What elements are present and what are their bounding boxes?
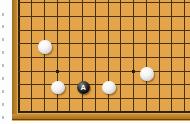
cropped-coordinate-mark — [2, 51, 4, 54]
cropped-coordinate-mark — [2, 25, 4, 28]
left-coordinate-margin — [0, 0, 190, 124]
cropped-coordinate-mark — [2, 103, 4, 106]
cropped-coordinate-mark — [2, 90, 4, 93]
cropped-coordinate-mark — [2, 77, 4, 80]
cropped-coordinate-mark — [2, 64, 4, 67]
go-diagram: A — [0, 0, 190, 124]
cropped-coordinate-mark — [2, 116, 4, 119]
cropped-coordinate-mark — [2, 13, 4, 16]
cropped-coordinate-mark — [2, 38, 4, 41]
